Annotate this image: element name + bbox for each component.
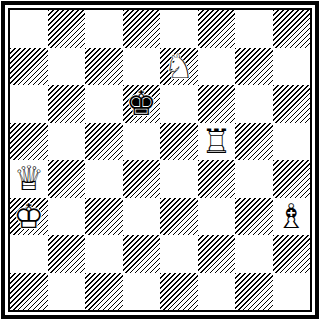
square-f4[interactable] [198,160,236,198]
square-e2[interactable] [160,235,198,273]
square-d6[interactable]: ♚♚ [123,85,161,123]
square-a5[interactable] [10,123,48,161]
square-c5[interactable] [85,123,123,161]
square-e7[interactable]: ♞♘ [160,48,198,86]
square-f2[interactable] [198,235,236,273]
square-g7[interactable] [235,48,273,86]
square-b4[interactable] [48,160,86,198]
square-h8[interactable] [273,10,311,48]
square-c8[interactable] [85,10,123,48]
chess-board: ♞♘♚♚♜♖♛♕♚♔♝♗ [10,10,310,310]
square-h5[interactable] [273,123,311,161]
square-b7[interactable] [48,48,86,86]
square-c2[interactable] [85,235,123,273]
square-d8[interactable] [123,10,161,48]
square-a2[interactable] [10,235,48,273]
white-bishop-icon: ♗ [273,198,311,236]
square-d7[interactable] [123,48,161,86]
square-h6[interactable] [273,85,311,123]
square-a8[interactable] [10,10,48,48]
square-a1[interactable] [10,273,48,311]
square-h2[interactable] [273,235,311,273]
black-king-icon: ♚ [123,85,161,123]
square-g8[interactable] [235,10,273,48]
square-g2[interactable] [235,235,273,273]
square-b5[interactable] [48,123,86,161]
white-queen-halo: ♛ [10,160,48,198]
square-d2[interactable] [123,235,161,273]
square-e5[interactable] [160,123,198,161]
square-d5[interactable] [123,123,161,161]
white-king-halo: ♚ [10,198,48,236]
square-e8[interactable] [160,10,198,48]
square-b1[interactable] [48,273,86,311]
square-a6[interactable] [10,85,48,123]
square-b8[interactable] [48,10,86,48]
square-a4[interactable]: ♛♕ [10,160,48,198]
square-c4[interactable] [85,160,123,198]
square-e4[interactable] [160,160,198,198]
square-b3[interactable] [48,198,86,236]
square-f6[interactable] [198,85,236,123]
square-h7[interactable] [273,48,311,86]
square-c3[interactable] [85,198,123,236]
square-f1[interactable] [198,273,236,311]
square-g4[interactable] [235,160,273,198]
square-g6[interactable] [235,85,273,123]
white-king-icon: ♔ [10,198,48,236]
chess-diagram: ♞♘♚♚♜♖♛♕♚♔♝♗ [0,0,320,320]
white-queen-icon: ♕ [10,160,48,198]
square-a3[interactable]: ♚♔ [10,198,48,236]
square-c1[interactable] [85,273,123,311]
square-h3[interactable]: ♝♗ [273,198,311,236]
square-e1[interactable] [160,273,198,311]
square-h1[interactable] [273,273,311,311]
square-e3[interactable] [160,198,198,236]
square-g3[interactable] [235,198,273,236]
square-a7[interactable] [10,48,48,86]
square-h4[interactable] [273,160,311,198]
square-b6[interactable] [48,85,86,123]
white-bishop-halo: ♝ [273,198,311,236]
square-f5[interactable]: ♜♖ [198,123,236,161]
square-g1[interactable] [235,273,273,311]
white-rook-halo: ♜ [198,123,236,161]
white-knight-halo: ♞ [160,48,198,86]
square-f7[interactable] [198,48,236,86]
square-c6[interactable] [85,85,123,123]
black-king-halo: ♚ [123,85,161,123]
square-f8[interactable] [198,10,236,48]
square-b2[interactable] [48,235,86,273]
square-e6[interactable] [160,85,198,123]
square-c7[interactable] [85,48,123,86]
square-d1[interactable] [123,273,161,311]
square-f3[interactable] [198,198,236,236]
white-rook-icon: ♖ [198,123,236,161]
square-d4[interactable] [123,160,161,198]
square-d3[interactable] [123,198,161,236]
white-knight-icon: ♘ [160,48,198,86]
square-g5[interactable] [235,123,273,161]
